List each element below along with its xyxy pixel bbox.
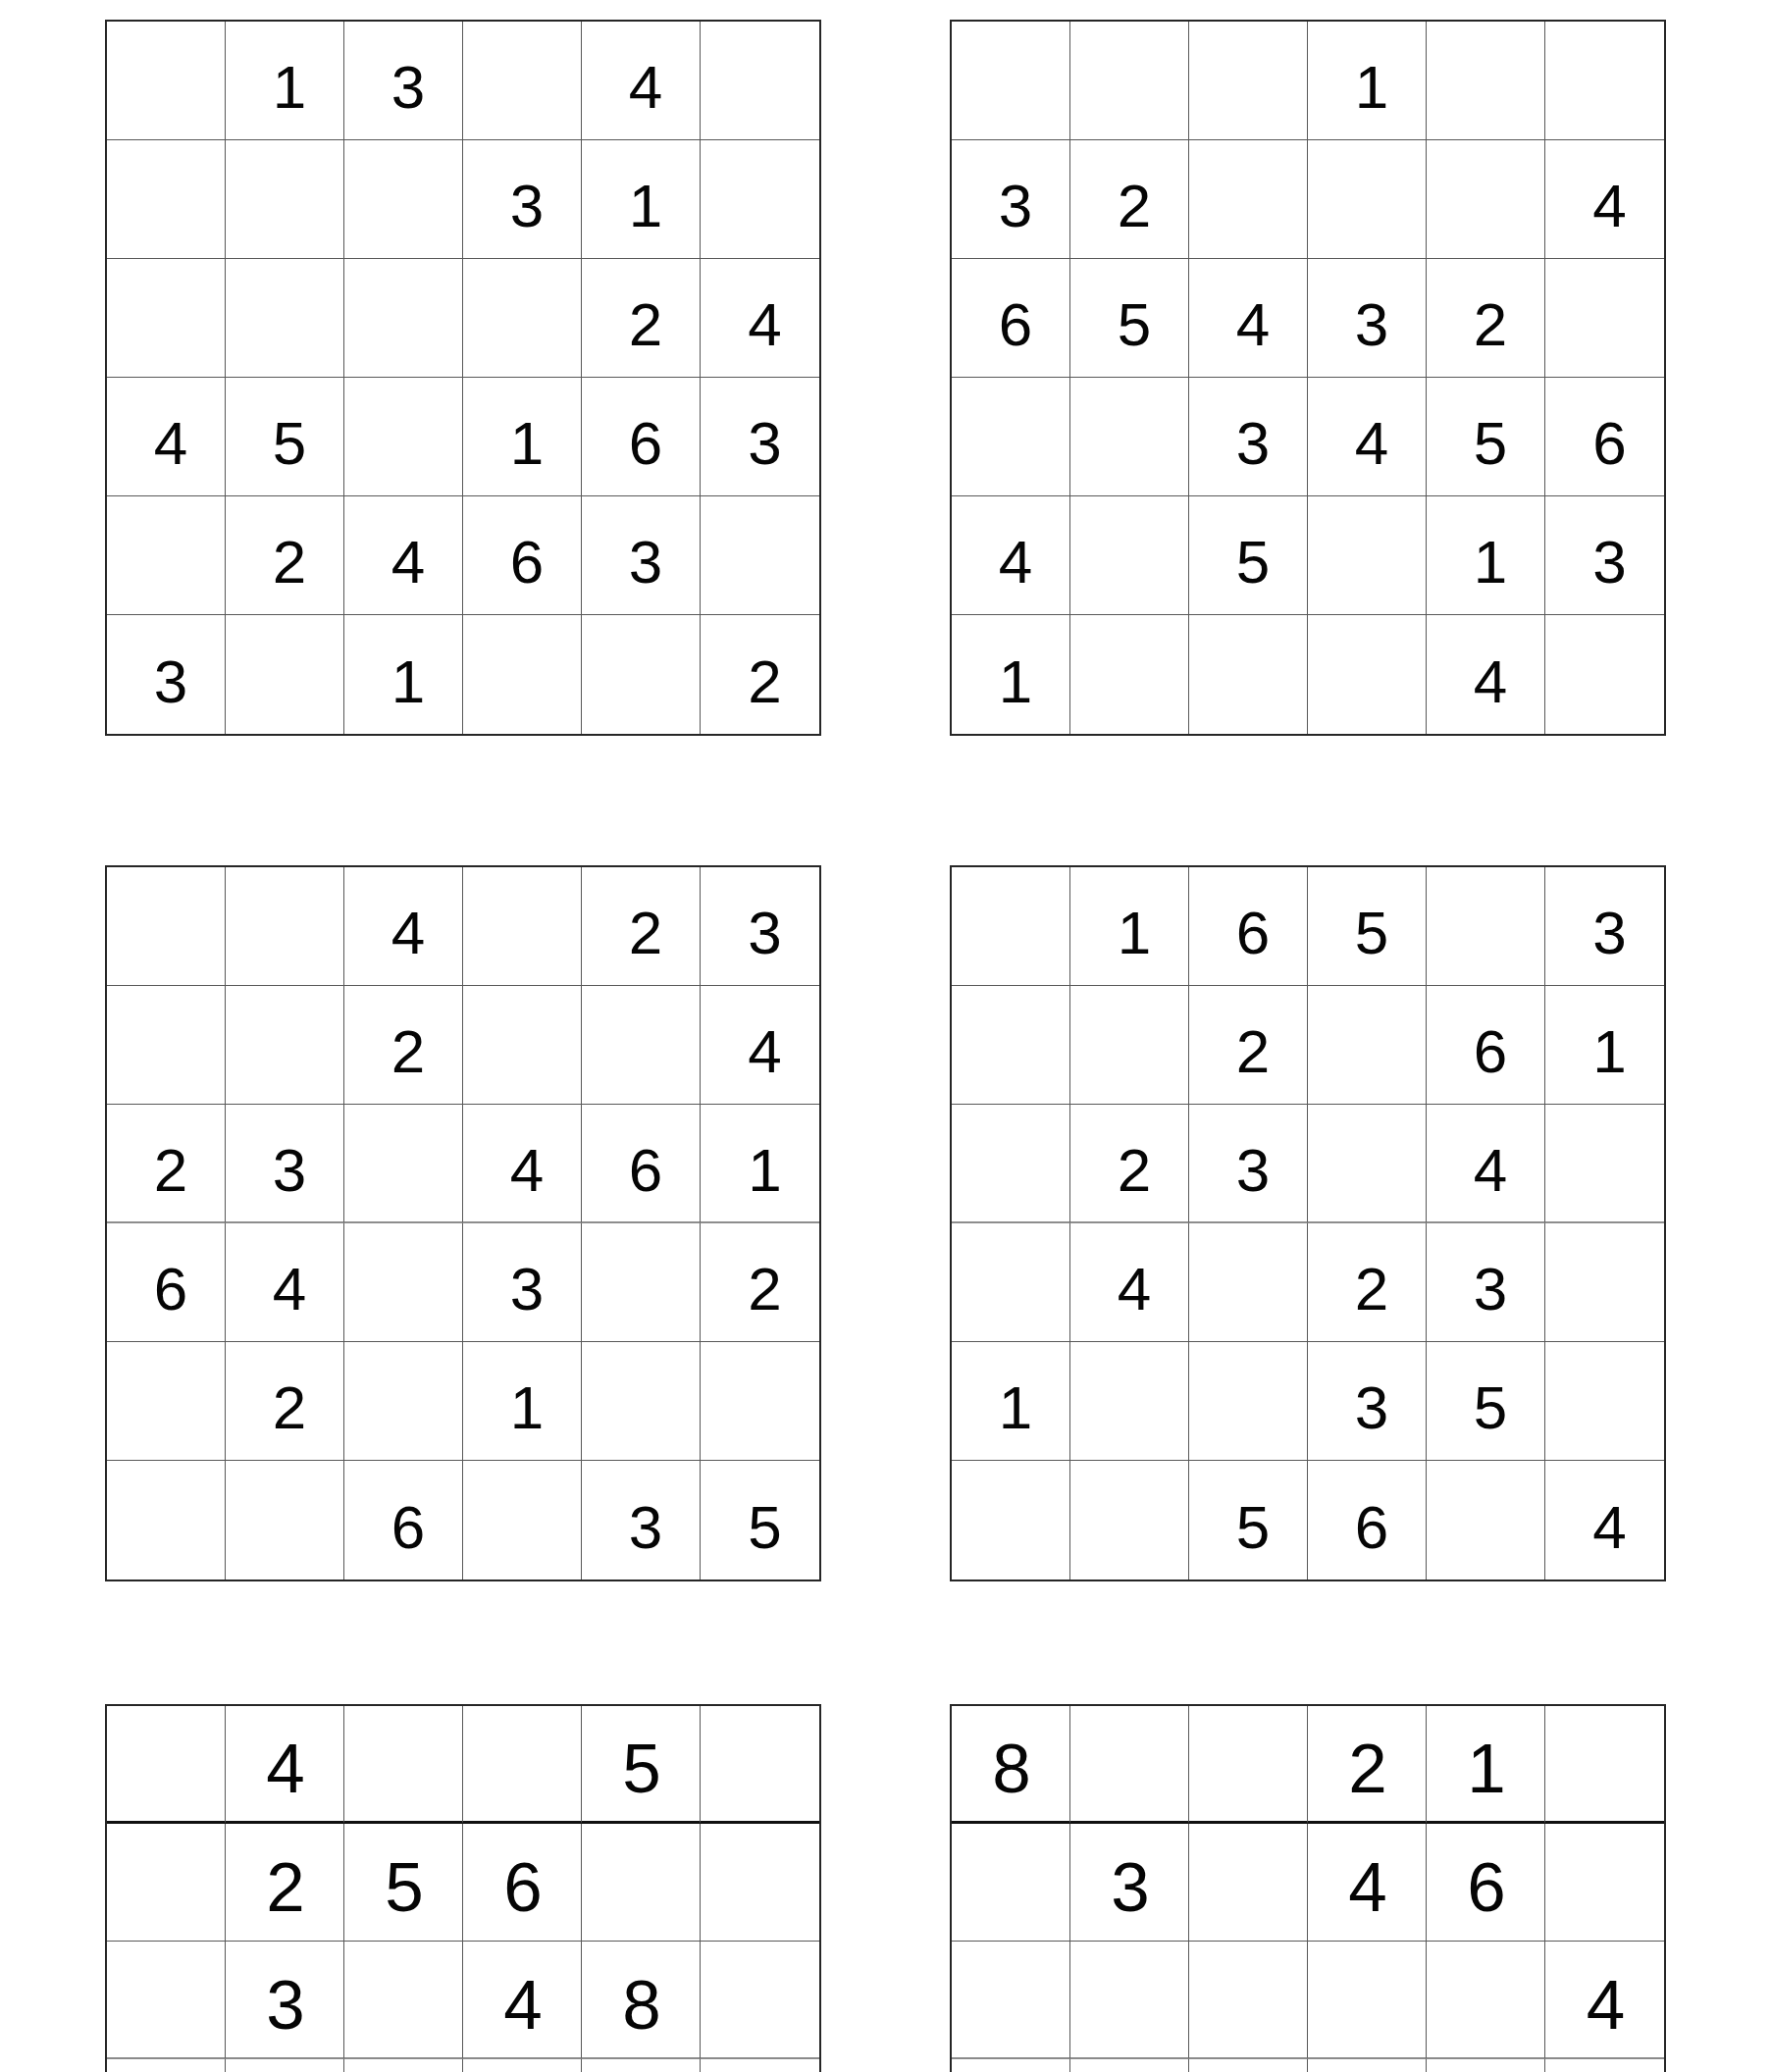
puzzle-3-cell-r2c4-empty [463,986,582,1105]
puzzle-2-cell-r1c6-empty [1545,22,1664,140]
puzzle-4-cell-r2c2-empty [1070,986,1189,1105]
puzzle-4-cell-r6c1-empty [952,1461,1070,1580]
puzzle-4-cell-r4c5-given: 3 [1427,1223,1545,1342]
puzzle-4-cell-r1c2-given: 1 [1070,867,1189,986]
puzzle-3-cell-r1c6-given: 3 [701,867,819,986]
puzzle-4-cell-r6c5-empty [1427,1461,1545,1580]
puzzle-6-cell-r2c5-given: 6 [1427,1824,1545,1942]
puzzle-3-grid: 4232423461643221635 [105,865,821,1581]
puzzle-5-cell-r4c1-empty [107,2059,226,2072]
puzzle-3-cell-r1c5-given: 2 [582,867,701,986]
sudoku-worksheet-page: 1343124451632463312 1324654323456451314 … [0,0,1771,2072]
puzzle-2-cell-r1c2-empty [1070,22,1189,140]
puzzle-6-cell-r4c1-empty [952,2059,1070,2072]
puzzle-4-cell-r4c2-given: 4 [1070,1223,1189,1342]
puzzle-6-cell-r4c5-empty [1427,2059,1545,2072]
puzzle-4-cell-r1c6-given: 3 [1545,867,1664,986]
puzzle-4-cell-r3c2-given: 2 [1070,1105,1189,1223]
puzzle-2-cell-r5c6-given: 3 [1545,496,1664,615]
puzzle-2-cell-r4c5-given: 5 [1427,378,1545,496]
puzzle-1-cell-r2c3-empty [344,140,463,259]
puzzle-2-cell-r1c3-empty [1189,22,1308,140]
puzzle-5-cell-r4c6-empty [701,2059,819,2072]
puzzle-5-cell-r4c5-empty [582,2059,701,2072]
puzzle-5-cell-r2c2-given: 2 [226,1824,344,1942]
puzzle-6-cell-r4c6-empty [1545,2059,1664,2072]
puzzle-2-cell-r5c5-given: 1 [1427,496,1545,615]
puzzle-2-cell-r1c1-empty [952,22,1070,140]
puzzle-1-cell-r3c6-given: 4 [701,259,819,378]
puzzle-4-cell-r1c5-empty [1427,867,1545,986]
puzzle-4-cell-r2c5-given: 6 [1427,986,1545,1105]
puzzle-3-cell-r5c2-given: 2 [226,1342,344,1461]
puzzle-1-cell-r5c3-given: 4 [344,496,463,615]
puzzle-3-cell-r6c1-empty [107,1461,226,1580]
puzzle-2-cell-r2c3-empty [1189,140,1308,259]
puzzle-6-cell-r1c3-empty [1189,1706,1308,1824]
puzzle-2-cell-r2c2-given: 2 [1070,140,1189,259]
puzzle-4-cell-r5c1-given: 1 [952,1342,1070,1461]
puzzle-6-cell-r4c2-empty [1070,2059,1189,2072]
puzzle-2-cell-r3c2-given: 5 [1070,259,1189,378]
puzzle-2-cell-r4c3-given: 3 [1189,378,1308,496]
puzzle-4-cell-r6c3-given: 5 [1189,1461,1308,1580]
puzzle-5-cell-r3c1-empty [107,1942,226,2059]
puzzle-4-grid: 1653261234423135564 [950,865,1666,1581]
puzzle-3-cell-r2c3-given: 2 [344,986,463,1105]
puzzle-1-cell-r4c3-empty [344,378,463,496]
puzzle-3-cell-r2c6-given: 4 [701,986,819,1105]
puzzle-6-cell-r3c4-empty [1308,1942,1427,2059]
puzzle-3-cell-r4c4-given: 3 [463,1223,582,1342]
puzzle-6-cell-r3c6-given: 4 [1545,1942,1664,2059]
puzzle-1-cell-r4c4-given: 1 [463,378,582,496]
puzzle-3-cell-r5c1-empty [107,1342,226,1461]
puzzle-2-cell-r4c4-given: 4 [1308,378,1427,496]
puzzle-5-cell-r1c3-empty [344,1706,463,1824]
puzzle-6-cell-r1c6-empty [1545,1706,1664,1824]
puzzle-3-cell-r5c5-empty [582,1342,701,1461]
puzzle-3-cell-r4c6-given: 2 [701,1223,819,1342]
puzzle-4-cell-r2c1-empty [952,986,1070,1105]
puzzle-1-cell-r1c4-empty [463,22,582,140]
puzzle-5-cell-r3c6-empty [701,1942,819,2059]
puzzle-3-cell-r3c3-empty [344,1105,463,1223]
puzzle-4-cell-r4c3-empty [1189,1223,1308,1342]
puzzle-4-cell-r3c1-empty [952,1105,1070,1223]
puzzle-2-cell-r3c6-empty [1545,259,1664,378]
puzzle-2-cell-r3c1-given: 6 [952,259,1070,378]
puzzle-2-cell-r5c3-given: 5 [1189,496,1308,615]
puzzle-5-cell-r1c6-empty [701,1706,819,1824]
puzzle-1-cell-r2c1-empty [107,140,226,259]
puzzle-4-cell-r1c3-given: 6 [1189,867,1308,986]
puzzle-5-cell-r1c1-empty [107,1706,226,1824]
puzzle-2-cell-r6c6-empty [1545,615,1664,734]
puzzle-6-cell-r3c5-empty [1427,1942,1545,2059]
puzzle-1-cell-r5c5-given: 3 [582,496,701,615]
puzzle-3-cell-r5c3-empty [344,1342,463,1461]
puzzle-6-grid-cut-off: 8213464 [950,1704,1666,2072]
puzzle-2-cell-r3c3-given: 4 [1189,259,1308,378]
puzzle-3-cell-r5c6-empty [701,1342,819,1461]
puzzle-3-cell-r1c3-given: 4 [344,867,463,986]
puzzle-2-cell-r5c4-empty [1308,496,1427,615]
puzzle-4-cell-r4c6-empty [1545,1223,1664,1342]
puzzle-1-cell-r5c1-empty [107,496,226,615]
puzzle-3-cell-r2c5-empty [582,986,701,1105]
puzzle-3-cell-r1c2-empty [226,867,344,986]
puzzle-2-cell-r5c2-empty [1070,496,1189,615]
puzzle-1-cell-r1c5-given: 4 [582,22,701,140]
puzzle-4-cell-r1c1-empty [952,867,1070,986]
puzzle-4-cell-r3c6-empty [1545,1105,1664,1223]
puzzle-3-cell-r6c5-given: 3 [582,1461,701,1580]
puzzle-3-cell-r3c4-given: 4 [463,1105,582,1223]
puzzle-6-cell-r4c4-empty [1308,2059,1427,2072]
puzzle-2-cell-r2c1-given: 3 [952,140,1070,259]
puzzle-5-cell-r3c5-given: 8 [582,1942,701,2059]
puzzle-1-cell-r6c5-empty [582,615,701,734]
puzzle-6-cell-r3c2-empty [1070,1942,1189,2059]
puzzle-2-cell-r1c4-given: 1 [1308,22,1427,140]
puzzle-4-cell-r6c6-given: 4 [1545,1461,1664,1580]
puzzle-3-cell-r6c6-given: 5 [701,1461,819,1580]
puzzle-6-cell-r1c5-given: 1 [1427,1706,1545,1824]
puzzle-1-cell-r4c2-given: 5 [226,378,344,496]
puzzle-4-cell-r2c6-given: 1 [1545,986,1664,1105]
puzzle-3-cell-r3c1-given: 2 [107,1105,226,1223]
puzzle-5-cell-r3c2-given: 3 [226,1942,344,2059]
puzzle-2-cell-r1c5-empty [1427,22,1545,140]
puzzle-1-cell-r3c2-empty [226,259,344,378]
puzzle-1-grid: 1343124451632463312 [105,20,821,736]
puzzle-2-cell-r6c1-given: 1 [952,615,1070,734]
puzzle-4-cell-r3c3-given: 3 [1189,1105,1308,1223]
puzzle-1-cell-r6c1-given: 3 [107,615,226,734]
puzzle-6-cell-r2c6-empty [1545,1824,1664,1942]
puzzle-3-cell-r4c3-empty [344,1223,463,1342]
puzzle-2-cell-r2c6-given: 4 [1545,140,1664,259]
puzzle-3-cell-r3c5-given: 6 [582,1105,701,1223]
puzzle-5-cell-r3c4-given: 4 [463,1942,582,2059]
puzzle-1-cell-r6c4-empty [463,615,582,734]
puzzle-1-cell-r3c5-given: 2 [582,259,701,378]
puzzle-5-cell-r2c1-empty [107,1824,226,1942]
puzzle-6-cell-r1c2-empty [1070,1706,1189,1824]
puzzle-5-cell-r2c6-empty [701,1824,819,1942]
puzzle-2-cell-r2c5-empty [1427,140,1545,259]
puzzle-4-cell-r3c4-empty [1308,1105,1427,1223]
puzzle-1-cell-r2c6-empty [701,140,819,259]
puzzle-3-cell-r2c1-empty [107,986,226,1105]
puzzle-1-cell-r4c5-given: 6 [582,378,701,496]
puzzle-3-cell-r2c2-empty [226,986,344,1105]
puzzle-1-cell-r6c6-given: 2 [701,615,819,734]
puzzle-1-cell-r5c4-given: 6 [463,496,582,615]
puzzle-5-cell-r1c2-given: 4 [226,1706,344,1824]
puzzle-4-cell-r2c4-empty [1308,986,1427,1105]
puzzle-1-cell-r3c4-empty [463,259,582,378]
puzzle-1-cell-r1c3-given: 3 [344,22,463,140]
puzzle-3-cell-r4c5-empty [582,1223,701,1342]
puzzle-3-cell-r1c4-empty [463,867,582,986]
puzzle-1-cell-r2c4-given: 3 [463,140,582,259]
puzzle-3-cell-r4c1-given: 6 [107,1223,226,1342]
puzzle-5-cell-r4c4-empty [463,2059,582,2072]
puzzle-3-cell-r6c2-empty [226,1461,344,1580]
puzzle-6-cell-r2c2-given: 3 [1070,1824,1189,1942]
puzzle-5-cell-r4c2-empty [226,2059,344,2072]
puzzle-4-cell-r6c4-given: 6 [1308,1461,1427,1580]
puzzle-1-cell-r3c1-empty [107,259,226,378]
puzzle-2-cell-r6c2-empty [1070,615,1189,734]
puzzle-2-grid: 1324654323456451314 [950,20,1666,736]
puzzle-1-cell-r1c2-given: 1 [226,22,344,140]
puzzle-4-cell-r5c4-given: 3 [1308,1342,1427,1461]
puzzle-1-cell-r5c2-given: 2 [226,496,344,615]
puzzle-5-cell-r3c3-empty [344,1942,463,2059]
puzzle-3-cell-r3c2-given: 3 [226,1105,344,1223]
puzzle-2-cell-r4c2-empty [1070,378,1189,496]
puzzle-5-cell-r2c4-given: 6 [463,1824,582,1942]
puzzle-4-cell-r5c5-given: 5 [1427,1342,1545,1461]
puzzle-3-cell-r3c6-given: 1 [701,1105,819,1223]
puzzle-2-cell-r4c6-given: 6 [1545,378,1664,496]
puzzle-1-cell-r1c6-empty [701,22,819,140]
puzzle-2-cell-r6c3-empty [1189,615,1308,734]
puzzle-6-cell-r4c3-empty [1189,2059,1308,2072]
puzzle-2-cell-r6c5-given: 4 [1427,615,1545,734]
puzzle-1-cell-r6c3-given: 1 [344,615,463,734]
puzzle-1-cell-r2c5-given: 1 [582,140,701,259]
puzzle-5-cell-r1c4-empty [463,1706,582,1824]
puzzle-4-cell-r2c3-given: 2 [1189,986,1308,1105]
puzzle-1-cell-r1c1-empty [107,22,226,140]
puzzle-2-cell-r6c4-empty [1308,615,1427,734]
puzzle-5-grid-cut-off: 45256348 [105,1704,821,2072]
puzzle-4-cell-r6c2-empty [1070,1461,1189,1580]
puzzle-6-cell-r3c1-empty [952,1942,1070,2059]
puzzle-1-cell-r4c6-given: 3 [701,378,819,496]
puzzle-4-cell-r5c2-empty [1070,1342,1189,1461]
puzzle-6-cell-r1c4-given: 2 [1308,1706,1427,1824]
puzzle-1-cell-r4c1-given: 4 [107,378,226,496]
puzzle-2-cell-r5c1-given: 4 [952,496,1070,615]
puzzle-3-cell-r6c4-empty [463,1461,582,1580]
puzzle-6-cell-r2c3-empty [1189,1824,1308,1942]
puzzle-5-cell-r2c3-given: 5 [344,1824,463,1942]
puzzle-1-cell-r2c2-empty [226,140,344,259]
puzzle-3-cell-r1c1-empty [107,867,226,986]
puzzle-4-cell-r1c4-given: 5 [1308,867,1427,986]
puzzle-6-cell-r2c4-given: 4 [1308,1824,1427,1942]
puzzle-6-cell-r2c1-empty [952,1824,1070,1942]
puzzle-1-cell-r3c3-empty [344,259,463,378]
puzzle-4-cell-r4c4-given: 2 [1308,1223,1427,1342]
puzzle-4-cell-r5c6-empty [1545,1342,1664,1461]
puzzle-6-cell-r1c1-given: 8 [952,1706,1070,1824]
puzzle-3-cell-r5c4-given: 1 [463,1342,582,1461]
puzzle-5-cell-r2c5-empty [582,1824,701,1942]
puzzle-5-cell-r4c3-empty [344,2059,463,2072]
puzzle-3-cell-r4c2-given: 4 [226,1223,344,1342]
puzzle-6-cell-r3c3-empty [1189,1942,1308,2059]
puzzle-5-cell-r1c5-given: 5 [582,1706,701,1824]
puzzle-3-cell-r6c3-given: 6 [344,1461,463,1580]
puzzle-2-cell-r3c4-given: 3 [1308,259,1427,378]
puzzle-4-cell-r5c3-empty [1189,1342,1308,1461]
puzzle-4-cell-r3c5-given: 4 [1427,1105,1545,1223]
puzzle-1-cell-r5c6-empty [701,496,819,615]
puzzle-2-cell-r3c5-given: 2 [1427,259,1545,378]
puzzle-2-cell-r2c4-empty [1308,140,1427,259]
puzzle-2-cell-r4c1-empty [952,378,1070,496]
puzzle-1-cell-r6c2-empty [226,615,344,734]
puzzle-4-cell-r4c1-empty [952,1223,1070,1342]
